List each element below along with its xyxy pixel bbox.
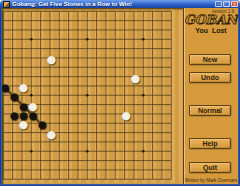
close-button[interactable]: × [231,1,238,7]
help-button[interactable]: Help [189,138,231,149]
window-controls: – □ × [215,1,238,7]
window-border-bottom [0,184,240,186]
stone-white: ● [47,55,56,64]
stone-black: ● [2,83,9,92]
window-border-left [0,8,2,186]
gobang-logo: GOBANG [184,12,238,27]
credit-text: Written by Mark Overmars [184,178,238,183]
stone-white: ● [19,83,28,92]
stone-black: ● [19,111,28,120]
side-panel: version 1.9 GOBANG You Lost New Undo Nor… [183,8,238,184]
stone-white: ● [131,73,140,82]
minimize-button[interactable]: – [215,1,222,7]
stone-black: ● [28,111,37,120]
quit-button[interactable]: Quit [189,162,231,173]
stone-white: ● [121,111,130,120]
normal-button[interactable]: Normal [189,105,231,116]
stone-white: ● [19,120,28,129]
undo-button[interactable]: Undo [189,72,231,83]
new-button[interactable]: New [189,54,231,65]
stone-black: ● [9,111,18,120]
window-border-right [238,8,240,186]
maximize-button[interactable]: □ [223,1,230,7]
title-bar[interactable]: Gobang: Get Five Stones in a Row to Win!… [0,0,240,8]
gobang-window: Gobang: Get Five Stones in a Row to Win!… [0,0,240,186]
gobang-board[interactable]: ●●●●●●●●●●●●●● [2,8,183,184]
stones-grid: ●●●●●●●●●●●●●● [2,8,177,184]
status-text: You Lost [184,27,238,34]
stone-white: ● [47,129,56,138]
app-icon [3,1,10,8]
stone-black: ● [19,101,28,110]
window-title: Gobang: Get Five Stones in a Row to Win! [12,0,132,8]
stone-white: ● [28,101,37,110]
stone-black: ● [37,120,46,129]
stone-black: ● [9,92,18,101]
